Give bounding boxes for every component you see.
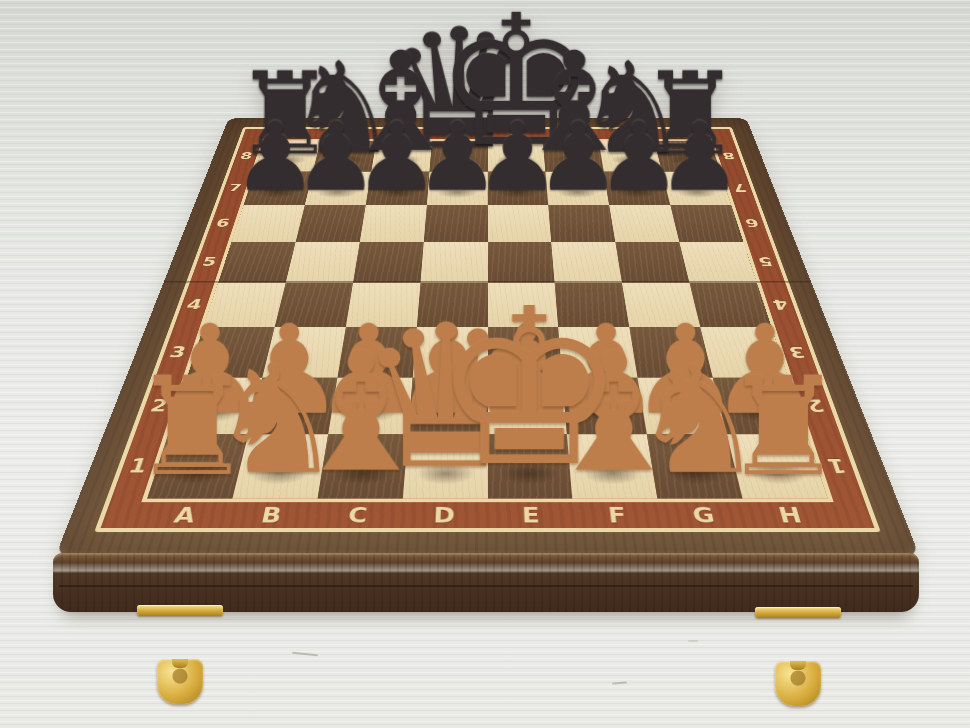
latch-hinge-bar — [755, 607, 841, 618]
rank-label-6: 6 — [744, 217, 761, 228]
rank-label-6: 6 — [214, 217, 231, 228]
rank-label-5: 5 — [757, 256, 775, 268]
latch-clasp-body — [157, 659, 203, 704]
square-b5 — [286, 242, 360, 283]
square-a6 — [232, 205, 305, 242]
rank-label-5: 5 — [200, 256, 218, 268]
square-g5 — [615, 242, 689, 283]
square-f6 — [548, 205, 615, 242]
table-scratch-mark — [612, 681, 627, 684]
square-g6 — [609, 205, 679, 242]
latch-hinge-bar — [137, 605, 223, 616]
chessboard: ♜♞♝♛♚♝♞♜♟♟♟♟♟♟♟♟♟♟♟♟♟♟♟♟♜♞♝♛♚♝♞♜ ABCDEFG… — [55, 118, 920, 557]
square-h5 — [679, 242, 756, 283]
square-a5 — [218, 242, 295, 283]
square-e1: ♚ — [488, 434, 573, 498]
square-h6 — [670, 205, 743, 242]
white-king-e1: ♚ — [433, 286, 627, 491]
chessboard-scene: ♜♞♝♛♚♝♞♜♟♟♟♟♟♟♟♟♟♟♟♟♟♟♟♟♜♞♝♛♚♝♞♜ ABCDEFG… — [55, 0, 920, 557]
square-d6 — [424, 205, 488, 242]
latch-left — [137, 605, 223, 704]
box-front-side — [53, 553, 919, 612]
latch-right — [755, 607, 841, 706]
square-c6 — [360, 205, 427, 242]
latch-clasp-body — [775, 661, 821, 706]
table-scratch-mark — [688, 640, 698, 642]
square-c5 — [353, 242, 424, 283]
square-h7: ♟ — [662, 172, 731, 205]
squares-grid: ♜♞♝♛♚♝♞♜♟♟♟♟♟♟♟♟♟♟♟♟♟♟♟♟♜♞♝♛♚♝♞♜ — [147, 141, 827, 498]
black-pawn-h7: ♟ — [657, 112, 742, 202]
table-scratch-mark — [292, 652, 318, 657]
square-e6 — [488, 205, 552, 242]
square-b6 — [296, 205, 366, 242]
